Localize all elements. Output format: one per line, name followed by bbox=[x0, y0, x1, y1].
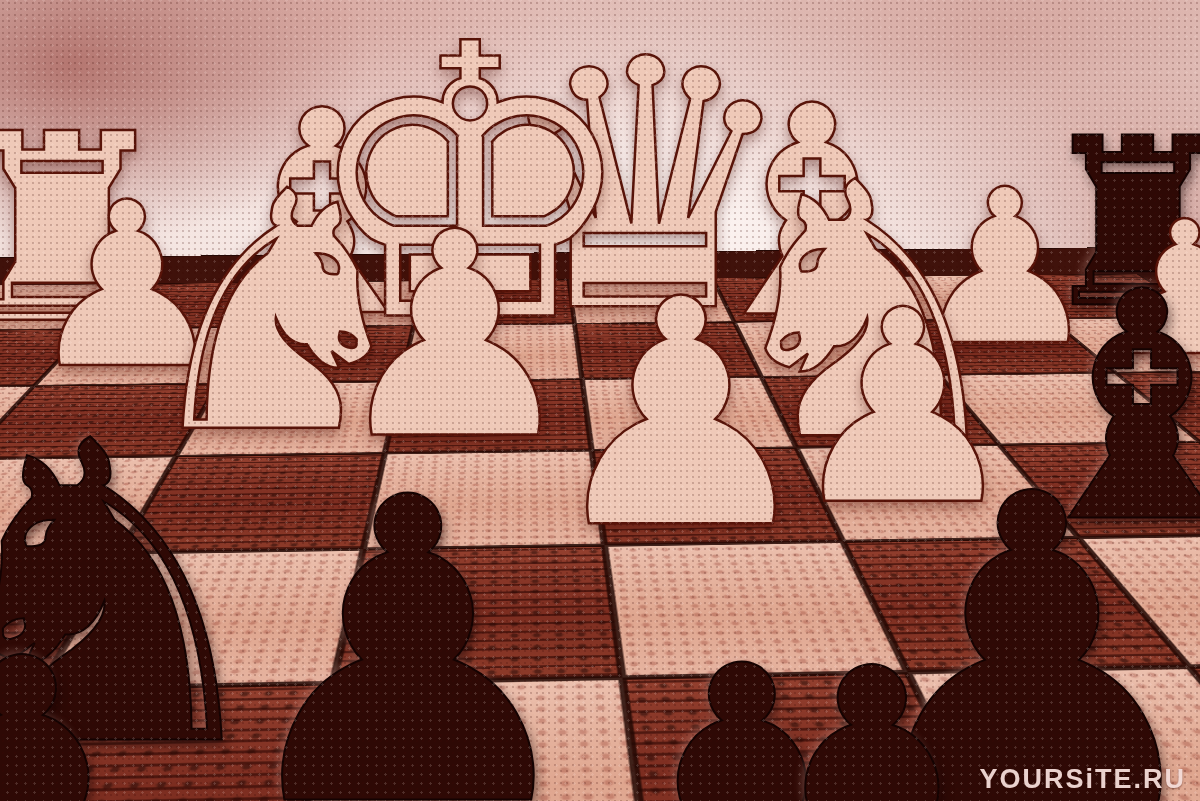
watermark-text: YOURSiTE.RU bbox=[979, 764, 1186, 795]
black-pawn-g7: ♟ bbox=[0, 604, 215, 801]
black-pawn-e6: ♟ bbox=[220, 444, 597, 801]
chess-photo-scene: ♜♟♝♞♚♟♛♟♝♞♟♟♟♜♝♞♟♟♟♟♟ YOURSiTE.RU bbox=[0, 0, 1200, 801]
pieces-layer: ♜♟♝♞♚♟♛♟♝♞♟♟♟♜♝♞♟♟♟♟♟ bbox=[0, 0, 1200, 801]
